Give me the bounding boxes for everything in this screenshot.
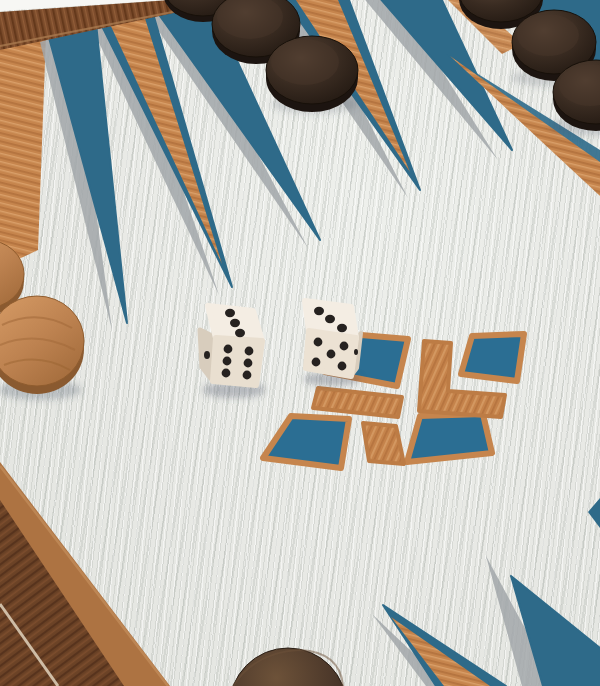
checker-dark-3[interactable] [266, 36, 358, 112]
center-motif [263, 334, 524, 468]
motif-oak-bar-left [313, 388, 402, 417]
die-right[interactable] [305, 301, 361, 376]
dice [200, 301, 361, 385]
board-photo-svg [0, 0, 600, 686]
point-oak-far-left [0, 35, 46, 268]
motif-diamond-bottom-right [407, 414, 492, 462]
checker-light-2[interactable] [0, 296, 84, 394]
die-left-face-front [213, 338, 262, 385]
die-left-pips-side [204, 351, 210, 359]
bottom-points [372, 498, 600, 686]
die-left[interactable] [200, 306, 262, 385]
motif-oak-bar-bottom [363, 423, 404, 464]
point-blue-right-sliver [588, 498, 600, 528]
motif-diamond-top-right [461, 334, 524, 381]
die-right-pip-edge [354, 349, 358, 355]
motif-diamond-bottom-left [263, 416, 349, 468]
backgammon-photo-stage [0, 0, 600, 686]
light-checkers-left [0, 240, 84, 394]
board-frame-bottom [0, 462, 170, 686]
checker-dark-bottom[interactable] [229, 648, 347, 686]
